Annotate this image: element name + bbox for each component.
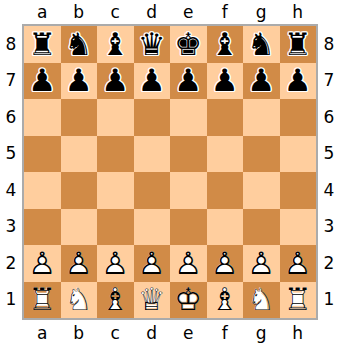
square-b8[interactable]: ♞ — [61, 26, 98, 63]
rank-label-8: 8 — [0, 26, 22, 63]
file-label-c: c — [97, 320, 134, 346]
black-knight: ♞ — [247, 29, 275, 60]
file-label-d: d — [134, 0, 171, 24]
square-e7[interactable]: ♟ — [170, 63, 207, 100]
rank-label-7: 7 — [0, 63, 22, 100]
rank-label-1: 1 — [0, 282, 22, 319]
square-h5[interactable] — [280, 136, 317, 173]
square-a8[interactable]: ♜ — [24, 26, 61, 63]
square-c2[interactable]: ♟ — [97, 245, 134, 282]
square-h4[interactable] — [280, 172, 317, 209]
square-c4[interactable] — [97, 172, 134, 209]
square-d8[interactable]: ♛ — [134, 26, 171, 63]
file-label-f: f — [207, 320, 244, 346]
square-g2[interactable]: ♟ — [243, 245, 280, 282]
white-pawn: ♟ — [28, 248, 56, 279]
square-d6[interactable] — [134, 99, 171, 136]
white-pawn: ♟ — [247, 248, 275, 279]
file-label-b: b — [61, 320, 98, 346]
square-b2[interactable]: ♟ — [61, 245, 98, 282]
white-knight: ♞ — [65, 284, 93, 315]
file-label-c: c — [97, 0, 134, 24]
file-labels-bottom: abcdefgh — [22, 320, 318, 346]
white-pawn: ♟ — [174, 248, 202, 279]
black-rook: ♜ — [284, 29, 312, 60]
square-c5[interactable] — [97, 136, 134, 173]
white-king: ♚ — [174, 284, 202, 315]
square-d7[interactable]: ♟ — [134, 63, 171, 100]
file-label-g: g — [243, 0, 280, 24]
white-pawn: ♟ — [284, 248, 312, 279]
white-rook: ♜ — [284, 284, 312, 315]
white-queen: ♛ — [138, 284, 166, 315]
square-a3[interactable] — [24, 209, 61, 246]
rank-labels-right: 87654321 — [318, 24, 340, 320]
square-a7[interactable]: ♟ — [24, 63, 61, 100]
square-b1[interactable]: ♞ — [61, 282, 98, 319]
rank-label-6: 6 — [318, 99, 340, 136]
rank-label-7: 7 — [318, 63, 340, 100]
square-e2[interactable]: ♟ — [170, 245, 207, 282]
rank-labels-left: 87654321 — [0, 24, 22, 320]
file-label-g: g — [243, 320, 280, 346]
white-pawn: ♟ — [101, 248, 129, 279]
square-c1[interactable]: ♝ — [97, 282, 134, 319]
square-g7[interactable]: ♟ — [243, 63, 280, 100]
black-bishop: ♝ — [211, 29, 239, 60]
square-h6[interactable] — [280, 99, 317, 136]
square-a4[interactable] — [24, 172, 61, 209]
white-rook: ♜ — [28, 284, 56, 315]
white-pawn: ♟ — [211, 248, 239, 279]
black-pawn: ♟ — [28, 65, 56, 96]
square-b5[interactable] — [61, 136, 98, 173]
black-pawn: ♟ — [101, 65, 129, 96]
square-h7[interactable]: ♟ — [280, 63, 317, 100]
rank-label-3: 3 — [0, 209, 22, 246]
square-d5[interactable] — [134, 136, 171, 173]
file-label-e: e — [170, 320, 207, 346]
square-f2[interactable]: ♟ — [207, 245, 244, 282]
black-pawn: ♟ — [247, 65, 275, 96]
square-f5[interactable] — [207, 136, 244, 173]
square-b6[interactable] — [61, 99, 98, 136]
chess-diagram: abcdefgh 87654321 ♜♞♝♛♚♝♞♜♟♟♟♟♟♟♟♟♟♟♟♟♟♟… — [0, 0, 340, 346]
black-queen: ♛ — [138, 29, 166, 60]
square-e3[interactable] — [170, 209, 207, 246]
square-c3[interactable] — [97, 209, 134, 246]
rank-label-8: 8 — [318, 26, 340, 63]
square-c8[interactable]: ♝ — [97, 26, 134, 63]
black-rook: ♜ — [28, 29, 56, 60]
square-h1[interactable]: ♜ — [280, 282, 317, 319]
square-b3[interactable] — [61, 209, 98, 246]
rank-label-6: 6 — [0, 99, 22, 136]
square-f1[interactable]: ♝ — [207, 282, 244, 319]
square-g3[interactable] — [243, 209, 280, 246]
square-f8[interactable]: ♝ — [207, 26, 244, 63]
rank-label-4: 4 — [318, 172, 340, 209]
square-d1[interactable]: ♛ — [134, 282, 171, 319]
square-c7[interactable]: ♟ — [97, 63, 134, 100]
square-d2[interactable]: ♟ — [134, 245, 171, 282]
black-pawn: ♟ — [138, 65, 166, 96]
square-e4[interactable] — [170, 172, 207, 209]
square-d4[interactable] — [134, 172, 171, 209]
file-label-f: f — [207, 0, 244, 24]
square-e5[interactable] — [170, 136, 207, 173]
square-e8[interactable]: ♚ — [170, 26, 207, 63]
square-g5[interactable] — [243, 136, 280, 173]
square-h2[interactable]: ♟ — [280, 245, 317, 282]
rank-label-5: 5 — [318, 136, 340, 173]
black-king: ♚ — [174, 29, 202, 60]
rank-label-3: 3 — [318, 209, 340, 246]
file-label-a: a — [24, 320, 61, 346]
square-g8[interactable]: ♞ — [243, 26, 280, 63]
chess-board: ♜♞♝♛♚♝♞♜♟♟♟♟♟♟♟♟♟♟♟♟♟♟♟♟♜♞♝♛♚♝♞♜ — [22, 24, 318, 320]
black-pawn: ♟ — [284, 65, 312, 96]
square-f3[interactable] — [207, 209, 244, 246]
black-pawn: ♟ — [174, 65, 202, 96]
square-g6[interactable] — [243, 99, 280, 136]
square-a1[interactable]: ♜ — [24, 282, 61, 319]
file-label-e: e — [170, 0, 207, 24]
white-pawn: ♟ — [65, 248, 93, 279]
white-knight: ♞ — [247, 284, 275, 315]
square-e1[interactable]: ♚ — [170, 282, 207, 319]
black-pawn: ♟ — [211, 65, 239, 96]
square-f7[interactable]: ♟ — [207, 63, 244, 100]
file-label-h: h — [280, 0, 317, 24]
square-a2[interactable]: ♟ — [24, 245, 61, 282]
file-label-d: d — [134, 320, 171, 346]
square-f4[interactable] — [207, 172, 244, 209]
rank-label-2: 2 — [318, 245, 340, 282]
square-b7[interactable]: ♟ — [61, 63, 98, 100]
square-g4[interactable] — [243, 172, 280, 209]
white-bishop: ♝ — [101, 284, 129, 315]
rank-label-5: 5 — [0, 136, 22, 173]
square-d3[interactable] — [134, 209, 171, 246]
file-label-a: a — [24, 0, 61, 24]
square-h3[interactable] — [280, 209, 317, 246]
white-bishop: ♝ — [211, 284, 239, 315]
black-bishop: ♝ — [101, 29, 129, 60]
black-knight: ♞ — [65, 29, 93, 60]
black-pawn: ♟ — [65, 65, 93, 96]
rank-label-4: 4 — [0, 172, 22, 209]
square-a5[interactable] — [24, 136, 61, 173]
file-labels-top: abcdefgh — [22, 0, 318, 24]
square-h8[interactable]: ♜ — [280, 26, 317, 63]
square-b4[interactable] — [61, 172, 98, 209]
square-a6[interactable] — [24, 99, 61, 136]
square-e6[interactable] — [170, 99, 207, 136]
file-label-h: h — [280, 320, 317, 346]
rank-label-1: 1 — [318, 282, 340, 319]
square-g1[interactable]: ♞ — [243, 282, 280, 319]
rank-label-2: 2 — [0, 245, 22, 282]
file-label-b: b — [61, 0, 98, 24]
white-pawn: ♟ — [138, 248, 166, 279]
square-c6[interactable] — [97, 99, 134, 136]
square-f6[interactable] — [207, 99, 244, 136]
